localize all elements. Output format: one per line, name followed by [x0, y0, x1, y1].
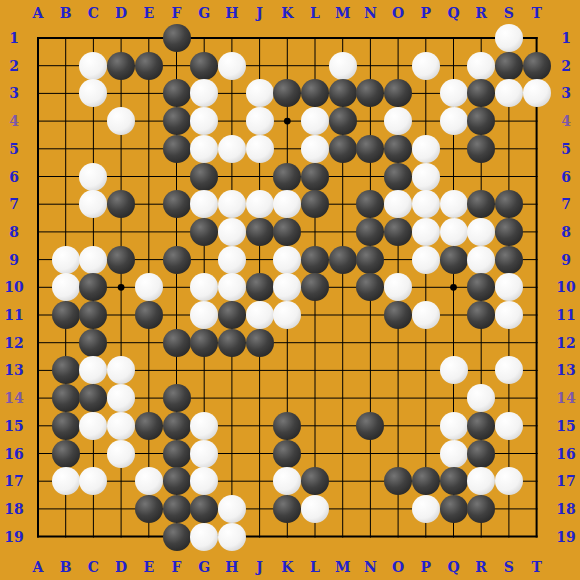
- black-stone-F4[interactable]: [163, 107, 191, 135]
- white-stone-R14[interactable]: [467, 384, 495, 412]
- white-stone-J11[interactable]: [246, 301, 274, 329]
- black-stone-R16[interactable]: [467, 440, 495, 468]
- black-stone-Q9[interactable]: [440, 246, 468, 274]
- black-stone-L3[interactable]: [301, 79, 329, 107]
- white-stone-K11[interactable]: [273, 301, 301, 329]
- black-stone-H12[interactable]: [218, 329, 246, 357]
- white-stone-R2[interactable]: [467, 52, 495, 80]
- white-stone-G7[interactable]: [190, 190, 218, 218]
- coord-label-column-top: C: [81, 4, 105, 22]
- coord-label-column-top: S: [497, 4, 521, 22]
- coord-label-column-top: L: [303, 4, 327, 22]
- black-stone-O17[interactable]: [384, 467, 412, 495]
- white-stone-P6[interactable]: [412, 163, 440, 191]
- coord-label-row-left: 14: [2, 389, 26, 407]
- coord-label-row-right: 8: [554, 223, 578, 241]
- black-stone-L9[interactable]: [301, 246, 329, 274]
- coord-label-row-left: 7: [2, 195, 26, 213]
- black-stone-K6[interactable]: [273, 163, 301, 191]
- white-stone-M2[interactable]: [329, 52, 357, 80]
- black-stone-P17[interactable]: [412, 467, 440, 495]
- coord-label-row-left: 3: [2, 84, 26, 102]
- coord-label-row-right: 19: [554, 528, 578, 546]
- white-stone-C13[interactable]: [79, 356, 107, 384]
- white-stone-L4[interactable]: [301, 107, 329, 135]
- black-stone-F19[interactable]: [163, 523, 191, 551]
- coord-label-row-right: 2: [554, 57, 578, 75]
- white-stone-R9[interactable]: [467, 246, 495, 274]
- white-stone-J4[interactable]: [246, 107, 274, 135]
- black-stone-G18[interactable]: [190, 495, 218, 523]
- black-stone-C14[interactable]: [79, 384, 107, 412]
- coord-label-row-left: 4: [2, 112, 26, 130]
- coord-label-row-right: 17: [554, 472, 578, 490]
- coord-label-column-bottom: L: [303, 558, 327, 576]
- black-stone-R4[interactable]: [467, 107, 495, 135]
- black-stone-L10[interactable]: [301, 273, 329, 301]
- coord-label-column-bottom: C: [81, 558, 105, 576]
- coord-label-column-top: T: [525, 4, 549, 22]
- black-stone-E2[interactable]: [135, 52, 163, 80]
- coord-label-row-right: 6: [554, 168, 578, 186]
- black-stone-O11[interactable]: [384, 301, 412, 329]
- black-stone-N5[interactable]: [356, 135, 384, 163]
- white-stone-C17[interactable]: [79, 467, 107, 495]
- white-stone-B17[interactable]: [52, 467, 80, 495]
- black-stone-O5[interactable]: [384, 135, 412, 163]
- black-stone-C11[interactable]: [79, 301, 107, 329]
- coord-label-column-top: J: [248, 4, 272, 22]
- white-stone-J5[interactable]: [246, 135, 274, 163]
- coord-label-row-left: 10: [2, 278, 26, 296]
- white-stone-P2[interactable]: [412, 52, 440, 80]
- white-stone-H8[interactable]: [218, 218, 246, 246]
- coord-label-column-top: F: [165, 4, 189, 22]
- white-stone-D4[interactable]: [107, 107, 135, 135]
- white-stone-G5[interactable]: [190, 135, 218, 163]
- white-stone-G3[interactable]: [190, 79, 218, 107]
- black-stone-K8[interactable]: [273, 218, 301, 246]
- white-stone-P18[interactable]: [412, 495, 440, 523]
- coord-label-row-left: 15: [2, 417, 26, 435]
- coord-label-column-bottom: A: [26, 558, 50, 576]
- white-stone-L18[interactable]: [301, 495, 329, 523]
- white-stone-G11[interactable]: [190, 301, 218, 329]
- white-stone-Q3[interactable]: [440, 79, 468, 107]
- white-stone-C3[interactable]: [79, 79, 107, 107]
- coord-label-row-right: 10: [554, 278, 578, 296]
- black-stone-K15[interactable]: [273, 412, 301, 440]
- black-stone-N15[interactable]: [356, 412, 384, 440]
- black-stone-M3[interactable]: [329, 79, 357, 107]
- white-stone-E17[interactable]: [135, 467, 163, 495]
- white-stone-D13[interactable]: [107, 356, 135, 384]
- black-stone-D9[interactable]: [107, 246, 135, 274]
- white-stone-J7[interactable]: [246, 190, 274, 218]
- white-stone-G10[interactable]: [190, 273, 218, 301]
- coord-label-column-bottom: N: [358, 558, 382, 576]
- white-stone-H18[interactable]: [218, 495, 246, 523]
- black-stone-L6[interactable]: [301, 163, 329, 191]
- coord-label-row-right: 4: [554, 112, 578, 130]
- coord-label-row-right: 14: [554, 389, 578, 407]
- white-stone-H7[interactable]: [218, 190, 246, 218]
- white-stone-K10[interactable]: [273, 273, 301, 301]
- white-stone-G16[interactable]: [190, 440, 218, 468]
- coord-label-column-top: A: [26, 4, 50, 22]
- white-stone-G4[interactable]: [190, 107, 218, 135]
- coord-label-row-left: 13: [2, 361, 26, 379]
- black-stone-F18[interactable]: [163, 495, 191, 523]
- black-stone-M9[interactable]: [329, 246, 357, 274]
- white-stone-Q16[interactable]: [440, 440, 468, 468]
- black-stone-F5[interactable]: [163, 135, 191, 163]
- black-stone-R5[interactable]: [467, 135, 495, 163]
- coord-label-column-bottom: H: [220, 558, 244, 576]
- coord-label-row-right: 7: [554, 195, 578, 213]
- white-stone-H5[interactable]: [218, 135, 246, 163]
- black-stone-K18[interactable]: [273, 495, 301, 523]
- coord-label-column-top: P: [414, 4, 438, 22]
- white-stone-B10[interactable]: [52, 273, 80, 301]
- black-stone-G8[interactable]: [190, 218, 218, 246]
- white-stone-D14[interactable]: [107, 384, 135, 412]
- white-stone-O4[interactable]: [384, 107, 412, 135]
- white-stone-G15[interactable]: [190, 412, 218, 440]
- black-stone-R7[interactable]: [467, 190, 495, 218]
- black-stone-R18[interactable]: [467, 495, 495, 523]
- white-stone-O10[interactable]: [384, 273, 412, 301]
- white-stone-P11[interactable]: [412, 301, 440, 329]
- black-stone-S7[interactable]: [495, 190, 523, 218]
- coord-label-column-top: E: [137, 4, 161, 22]
- white-stone-C6[interactable]: [79, 163, 107, 191]
- white-stone-K7[interactable]: [273, 190, 301, 218]
- coord-label-column-bottom: G: [192, 558, 216, 576]
- coord-label-column-bottom: J: [248, 558, 272, 576]
- coord-label-row-right: 15: [554, 417, 578, 435]
- white-stone-S15[interactable]: [495, 412, 523, 440]
- white-stone-S13[interactable]: [495, 356, 523, 384]
- white-stone-P8[interactable]: [412, 218, 440, 246]
- coord-label-row-right: 16: [554, 445, 578, 463]
- black-stone-H11[interactable]: [218, 301, 246, 329]
- coord-label-column-top: Q: [442, 4, 466, 22]
- white-stone-D15[interactable]: [107, 412, 135, 440]
- black-stone-J10[interactable]: [246, 273, 274, 301]
- white-stone-Q8[interactable]: [440, 218, 468, 246]
- black-stone-B14[interactable]: [52, 384, 80, 412]
- white-stone-R8[interactable]: [467, 218, 495, 246]
- black-stone-Q18[interactable]: [440, 495, 468, 523]
- black-stone-T2[interactable]: [523, 52, 551, 80]
- black-stone-M5[interactable]: [329, 135, 357, 163]
- coord-label-column-bottom: S: [497, 558, 521, 576]
- black-stone-N7[interactable]: [356, 190, 384, 218]
- white-stone-C9[interactable]: [79, 246, 107, 274]
- white-stone-P9[interactable]: [412, 246, 440, 274]
- coord-label-row-right: 9: [554, 251, 578, 269]
- coord-label-column-bottom: Q: [442, 558, 466, 576]
- white-stone-G19[interactable]: [190, 523, 218, 551]
- white-stone-S3[interactable]: [495, 79, 523, 107]
- coord-label-column-top: O: [386, 4, 410, 22]
- black-stone-O6[interactable]: [384, 163, 412, 191]
- coord-label-column-bottom: M: [331, 558, 355, 576]
- black-stone-G6[interactable]: [190, 163, 218, 191]
- black-stone-J12[interactable]: [246, 329, 274, 357]
- white-stone-L5[interactable]: [301, 135, 329, 163]
- black-stone-F14[interactable]: [163, 384, 191, 412]
- black-stone-J8[interactable]: [246, 218, 274, 246]
- coord-label-row-left: 6: [2, 168, 26, 186]
- black-stone-F17[interactable]: [163, 467, 191, 495]
- black-stone-F1[interactable]: [163, 24, 191, 52]
- black-stone-N8[interactable]: [356, 218, 384, 246]
- coord-label-column-top: N: [358, 4, 382, 22]
- black-stone-D2[interactable]: [107, 52, 135, 80]
- coord-label-row-right: 18: [554, 500, 578, 518]
- coord-label-row-left: 17: [2, 472, 26, 490]
- coord-label-column-top: K: [275, 4, 299, 22]
- black-stone-K16[interactable]: [273, 440, 301, 468]
- white-stone-C7[interactable]: [79, 190, 107, 218]
- black-stone-F15[interactable]: [163, 412, 191, 440]
- white-stone-D16[interactable]: [107, 440, 135, 468]
- black-stone-R3[interactable]: [467, 79, 495, 107]
- white-stone-S1[interactable]: [495, 24, 523, 52]
- coord-label-column-bottom: P: [414, 558, 438, 576]
- black-stone-C10[interactable]: [79, 273, 107, 301]
- coord-label-row-left: 5: [2, 140, 26, 158]
- coord-label-row-left: 18: [2, 500, 26, 518]
- coord-label-column-top: D: [109, 4, 133, 22]
- white-stone-Q13[interactable]: [440, 356, 468, 384]
- black-stone-O8[interactable]: [384, 218, 412, 246]
- black-stone-N9[interactable]: [356, 246, 384, 274]
- coord-label-row-left: 1: [2, 29, 26, 47]
- white-stone-H10[interactable]: [218, 273, 246, 301]
- coord-label-column-bottom: B: [54, 558, 78, 576]
- coord-label-row-left: 8: [2, 223, 26, 241]
- black-stone-F9[interactable]: [163, 246, 191, 274]
- coord-label-column-bottom: D: [109, 558, 133, 576]
- white-stone-O7[interactable]: [384, 190, 412, 218]
- black-stone-S8[interactable]: [495, 218, 523, 246]
- white-stone-C15[interactable]: [79, 412, 107, 440]
- black-stone-B11[interactable]: [52, 301, 80, 329]
- black-stone-F16[interactable]: [163, 440, 191, 468]
- coord-label-column-bottom: T: [525, 558, 549, 576]
- black-stone-Q17[interactable]: [440, 467, 468, 495]
- black-stone-D7[interactable]: [107, 190, 135, 218]
- black-stone-R11[interactable]: [467, 301, 495, 329]
- go-board[interactable]: AABBCCDDEEFFGGHHJJKKLLMMNNOOPPQQRRSSTT11…: [0, 0, 580, 580]
- coord-label-row-left: 9: [2, 251, 26, 269]
- black-stone-L17[interactable]: [301, 467, 329, 495]
- white-stone-Q4[interactable]: [440, 107, 468, 135]
- black-stone-K3[interactable]: [273, 79, 301, 107]
- white-stone-K9[interactable]: [273, 246, 301, 274]
- coord-label-row-left: 16: [2, 445, 26, 463]
- coord-label-row-left: 2: [2, 57, 26, 75]
- black-stone-O3[interactable]: [384, 79, 412, 107]
- coord-label-row-left: 12: [2, 334, 26, 352]
- black-stone-S9[interactable]: [495, 246, 523, 274]
- black-stone-E11[interactable]: [135, 301, 163, 329]
- white-stone-C2[interactable]: [79, 52, 107, 80]
- coord-label-column-bottom: R: [469, 558, 493, 576]
- coord-label-column-top: R: [469, 4, 493, 22]
- white-stone-P7[interactable]: [412, 190, 440, 218]
- coord-label-column-bottom: O: [386, 558, 410, 576]
- black-stone-F7[interactable]: [163, 190, 191, 218]
- black-stone-F3[interactable]: [163, 79, 191, 107]
- coord-label-row-right: 3: [554, 84, 578, 102]
- coord-label-row-left: 19: [2, 528, 26, 546]
- white-stone-E10[interactable]: [135, 273, 163, 301]
- coord-label-row-right: 13: [554, 361, 578, 379]
- black-stone-C12[interactable]: [79, 329, 107, 357]
- white-stone-S17[interactable]: [495, 467, 523, 495]
- black-stone-B16[interactable]: [52, 440, 80, 468]
- coord-label-row-left: 11: [2, 306, 26, 324]
- black-stone-R10[interactable]: [467, 273, 495, 301]
- coord-label-column-bottom: E: [137, 558, 161, 576]
- white-stone-H9[interactable]: [218, 246, 246, 274]
- black-stone-B13[interactable]: [52, 356, 80, 384]
- coord-label-row-right: 1: [554, 29, 578, 47]
- white-stone-H2[interactable]: [218, 52, 246, 80]
- white-stone-P5[interactable]: [412, 135, 440, 163]
- white-stone-G17[interactable]: [190, 467, 218, 495]
- white-stone-T3[interactable]: [523, 79, 551, 107]
- black-stone-S2[interactable]: [495, 52, 523, 80]
- white-stone-Q7[interactable]: [440, 190, 468, 218]
- coord-label-row-right: 5: [554, 140, 578, 158]
- white-stone-Q15[interactable]: [440, 412, 468, 440]
- white-stone-H19[interactable]: [218, 523, 246, 551]
- white-stone-B9[interactable]: [52, 246, 80, 274]
- white-stone-J3[interactable]: [246, 79, 274, 107]
- coord-label-column-bottom: K: [275, 558, 299, 576]
- white-stone-S11[interactable]: [495, 301, 523, 329]
- coord-label-column-bottom: F: [165, 558, 189, 576]
- white-stone-R17[interactable]: [467, 467, 495, 495]
- coord-label-row-right: 12: [554, 334, 578, 352]
- coord-label-row-right: 11: [554, 306, 578, 324]
- black-stone-E15[interactable]: [135, 412, 163, 440]
- white-stone-S10[interactable]: [495, 273, 523, 301]
- black-stone-G12[interactable]: [190, 329, 218, 357]
- white-stone-K17[interactable]: [273, 467, 301, 495]
- coord-label-column-top: H: [220, 4, 244, 22]
- black-stone-L7[interactable]: [301, 190, 329, 218]
- black-stone-N10[interactable]: [356, 273, 384, 301]
- black-stone-G2[interactable]: [190, 52, 218, 80]
- black-stone-B15[interactable]: [52, 412, 80, 440]
- black-stone-E18[interactable]: [135, 495, 163, 523]
- black-stone-M4[interactable]: [329, 107, 357, 135]
- coord-label-column-top: B: [54, 4, 78, 22]
- coord-label-column-top: M: [331, 4, 355, 22]
- black-stone-N3[interactable]: [356, 79, 384, 107]
- black-stone-F12[interactable]: [163, 329, 191, 357]
- coord-label-column-top: G: [192, 4, 216, 22]
- black-stone-R15[interactable]: [467, 412, 495, 440]
